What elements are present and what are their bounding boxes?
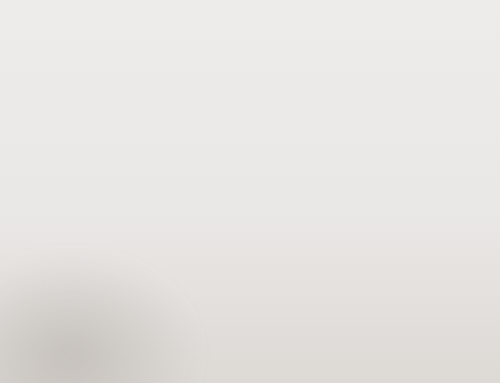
rhinestone-faceted	[0, 47, 25, 72]
rhinestone-facedown	[0, 131, 21, 152]
rhinestone-faceted	[0, 152, 30, 182]
rhinestone-tray-photo	[0, 0, 500, 383]
rhinestone-facedown	[0, 234, 26, 260]
rhinestone-faceted	[0, 210, 24, 234]
rhinestone-faceted	[0, 0, 28, 28]
rhinestone-faceted	[0, 72, 29, 101]
rhinestone-faceted	[0, 182, 28, 210]
rhinestone-faceted	[0, 101, 30, 131]
rhinestone-facedown	[0, 28, 19, 47]
